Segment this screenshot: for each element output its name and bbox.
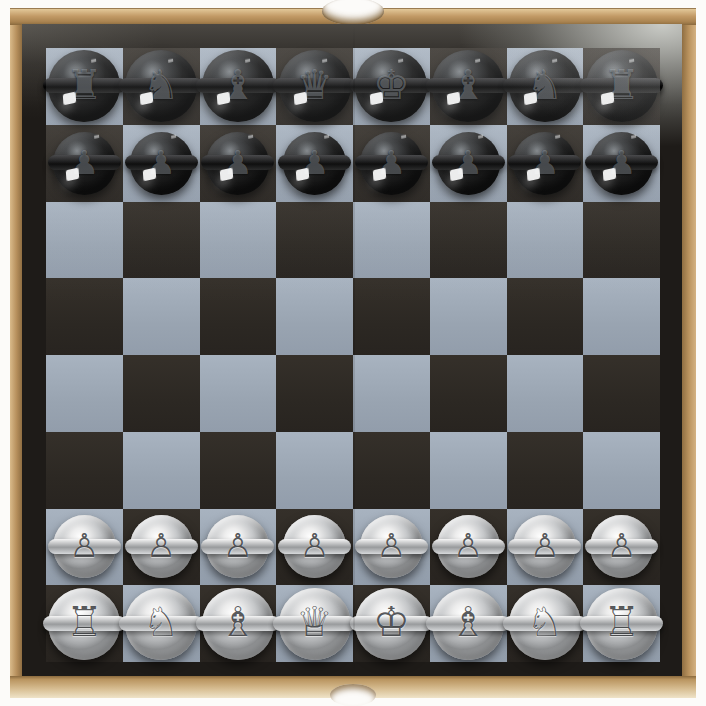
- square-e3[interactable]: [353, 432, 430, 509]
- square-h2[interactable]: ♙: [583, 509, 660, 586]
- wood-frame-left: [10, 8, 22, 698]
- square-f7[interactable]: ♟: [430, 125, 507, 202]
- piece-black-pawn[interactable]: ♟: [53, 132, 116, 195]
- square-c2[interactable]: ♙: [200, 509, 277, 586]
- pawn-glyph: ♟: [453, 146, 483, 179]
- square-d5[interactable]: [276, 278, 353, 355]
- square-g4[interactable]: [507, 355, 584, 432]
- square-c5[interactable]: [200, 278, 277, 355]
- piece-white-knight[interactable]: ♘: [509, 588, 581, 660]
- square-d3[interactable]: [276, 432, 353, 509]
- square-g6[interactable]: [507, 202, 584, 279]
- square-a7[interactable]: ♟: [46, 125, 123, 202]
- square-e7[interactable]: ♟: [353, 125, 430, 202]
- square-b5[interactable]: [123, 278, 200, 355]
- king-glyph: ♚: [373, 65, 410, 106]
- rook-glyph: ♖: [603, 602, 640, 643]
- square-a6[interactable]: [46, 202, 123, 279]
- square-a2[interactable]: ♙: [46, 509, 123, 586]
- square-b3[interactable]: [123, 432, 200, 509]
- bishop-glyph: ♝: [219, 65, 256, 106]
- square-c4[interactable]: [200, 355, 277, 432]
- piece-black-knight[interactable]: ♞: [125, 50, 197, 122]
- piece-white-pawn[interactable]: ♙: [513, 515, 576, 578]
- square-h7[interactable]: ♟: [583, 125, 660, 202]
- pawn-glyph: ♙: [70, 529, 100, 562]
- chess-board: ♜♞♝♛♚♝♞♜♟♟♟♟♟♟♟♟♙♙♙♙♙♙♙♙♖♘♗♕♔♗♘♖: [22, 24, 682, 676]
- piece-black-bishop[interactable]: ♝: [432, 50, 504, 122]
- square-h5[interactable]: [583, 278, 660, 355]
- piece-white-rook[interactable]: ♖: [586, 588, 658, 660]
- pawn-glyph: ♟: [223, 146, 253, 179]
- square-g1[interactable]: ♘: [507, 585, 584, 662]
- piece-black-bishop[interactable]: ♝: [202, 50, 274, 122]
- square-d7[interactable]: ♟: [276, 125, 353, 202]
- square-c1[interactable]: ♗: [200, 585, 277, 662]
- square-g2[interactable]: ♙: [507, 509, 584, 586]
- piece-black-king[interactable]: ♚: [355, 50, 427, 122]
- pawn-glyph: ♙: [607, 529, 637, 562]
- piece-white-pawn[interactable]: ♙: [53, 515, 116, 578]
- square-h8[interactable]: ♜: [583, 48, 660, 125]
- square-f2[interactable]: ♙: [430, 509, 507, 586]
- pawn-glyph: ♙: [453, 529, 483, 562]
- pawn-glyph: ♙: [300, 529, 330, 562]
- square-e2[interactable]: ♙: [353, 509, 430, 586]
- square-h1[interactable]: ♖: [583, 585, 660, 662]
- piece-white-queen[interactable]: ♕: [279, 588, 351, 660]
- piece-white-pawn[interactable]: ♙: [437, 515, 500, 578]
- piece-black-knight[interactable]: ♞: [509, 50, 581, 122]
- square-h3[interactable]: [583, 432, 660, 509]
- knight-glyph: ♞: [143, 65, 180, 106]
- piece-white-pawn[interactable]: ♙: [130, 515, 193, 578]
- square-d6[interactable]: [276, 202, 353, 279]
- square-g3[interactable]: [507, 432, 584, 509]
- square-c8[interactable]: ♝: [200, 48, 277, 125]
- pawn-glyph: ♙: [146, 529, 176, 562]
- square-a3[interactable]: [46, 432, 123, 509]
- square-f3[interactable]: [430, 432, 507, 509]
- pawn-glyph: ♙: [377, 529, 407, 562]
- pawn-glyph: ♟: [70, 146, 100, 179]
- queen-glyph: ♛: [296, 65, 333, 106]
- piece-black-pawn[interactable]: ♟: [513, 132, 576, 195]
- piece-black-pawn[interactable]: ♟: [437, 132, 500, 195]
- square-e6[interactable]: [353, 202, 430, 279]
- pawn-glyph: ♟: [377, 146, 407, 179]
- square-f5[interactable]: [430, 278, 507, 355]
- piece-white-pawn[interactable]: ♙: [590, 515, 653, 578]
- square-b8[interactable]: ♞: [123, 48, 200, 125]
- square-d8[interactable]: ♛: [276, 48, 353, 125]
- pawn-glyph: ♟: [146, 146, 176, 179]
- pawn-glyph: ♟: [607, 146, 637, 179]
- knight-glyph: ♞: [526, 65, 563, 106]
- square-d1[interactable]: ♕: [276, 585, 353, 662]
- square-f6[interactable]: [430, 202, 507, 279]
- square-b6[interactable]: [123, 202, 200, 279]
- square-b2[interactable]: ♙: [123, 509, 200, 586]
- square-e5[interactable]: [353, 278, 430, 355]
- piece-white-bishop[interactable]: ♗: [432, 588, 504, 660]
- knight-glyph: ♘: [143, 602, 180, 643]
- piece-black-pawn[interactable]: ♟: [283, 132, 346, 195]
- rook-glyph: ♜: [66, 65, 103, 106]
- square-g8[interactable]: ♞: [507, 48, 584, 125]
- piece-white-king[interactable]: ♔: [355, 588, 427, 660]
- square-d4[interactable]: [276, 355, 353, 432]
- piece-black-queen[interactable]: ♛: [279, 50, 351, 122]
- square-e4[interactable]: [353, 355, 430, 432]
- piece-white-pawn[interactable]: ♙: [360, 515, 423, 578]
- piece-black-pawn[interactable]: ♟: [130, 132, 193, 195]
- square-d2[interactable]: ♙: [276, 509, 353, 586]
- wood-frame-right: [682, 8, 696, 698]
- piece-black-pawn[interactable]: ♟: [590, 132, 653, 195]
- square-e1[interactable]: ♔: [353, 585, 430, 662]
- piece-black-rook[interactable]: ♜: [586, 50, 658, 122]
- hinge-notch-bottom: [330, 684, 376, 706]
- square-b4[interactable]: [123, 355, 200, 432]
- square-c6[interactable]: [200, 202, 277, 279]
- checkerboard-grid: ♜♞♝♛♚♝♞♜♟♟♟♟♟♟♟♟♙♙♙♙♙♙♙♙♖♘♗♕♔♗♘♖: [46, 48, 660, 662]
- king-glyph: ♔: [373, 602, 410, 643]
- square-c7[interactable]: ♟: [200, 125, 277, 202]
- pawn-glyph: ♟: [530, 146, 560, 179]
- square-h4[interactable]: [583, 355, 660, 432]
- square-f8[interactable]: ♝: [430, 48, 507, 125]
- square-a4[interactable]: [46, 355, 123, 432]
- piece-black-pawn[interactable]: ♟: [206, 132, 269, 195]
- square-f1[interactable]: ♗: [430, 585, 507, 662]
- square-f4[interactable]: [430, 355, 507, 432]
- piece-white-pawn[interactable]: ♙: [283, 515, 346, 578]
- square-b7[interactable]: ♟: [123, 125, 200, 202]
- rook-glyph: ♖: [66, 602, 103, 643]
- piece-white-bishop[interactable]: ♗: [202, 588, 274, 660]
- queen-glyph: ♕: [296, 602, 333, 643]
- piece-white-rook[interactable]: ♖: [48, 588, 120, 660]
- piece-black-rook[interactable]: ♜: [48, 50, 120, 122]
- square-a5[interactable]: [46, 278, 123, 355]
- bishop-glyph: ♗: [450, 602, 487, 643]
- square-e8[interactable]: ♚: [353, 48, 430, 125]
- rook-glyph: ♜: [603, 65, 640, 106]
- square-a1[interactable]: ♖: [46, 585, 123, 662]
- square-g7[interactable]: ♟: [507, 125, 584, 202]
- square-h6[interactable]: [583, 202, 660, 279]
- photo-background: ♜♞♝♛♚♝♞♜♟♟♟♟♟♟♟♟♙♙♙♙♙♙♙♙♖♘♗♕♔♗♘♖: [0, 0, 706, 706]
- pawn-glyph: ♙: [223, 529, 253, 562]
- knight-glyph: ♘: [526, 602, 563, 643]
- square-b1[interactable]: ♘: [123, 585, 200, 662]
- square-c3[interactable]: [200, 432, 277, 509]
- bishop-glyph: ♝: [450, 65, 487, 106]
- piece-black-pawn[interactable]: ♟: [360, 132, 423, 195]
- square-g5[interactable]: [507, 278, 584, 355]
- bishop-glyph: ♗: [219, 602, 256, 643]
- square-a8[interactable]: ♜: [46, 48, 123, 125]
- pawn-glyph: ♙: [530, 529, 560, 562]
- pawn-glyph: ♟: [300, 146, 330, 179]
- piece-white-knight[interactable]: ♘: [125, 588, 197, 660]
- piece-white-pawn[interactable]: ♙: [206, 515, 269, 578]
